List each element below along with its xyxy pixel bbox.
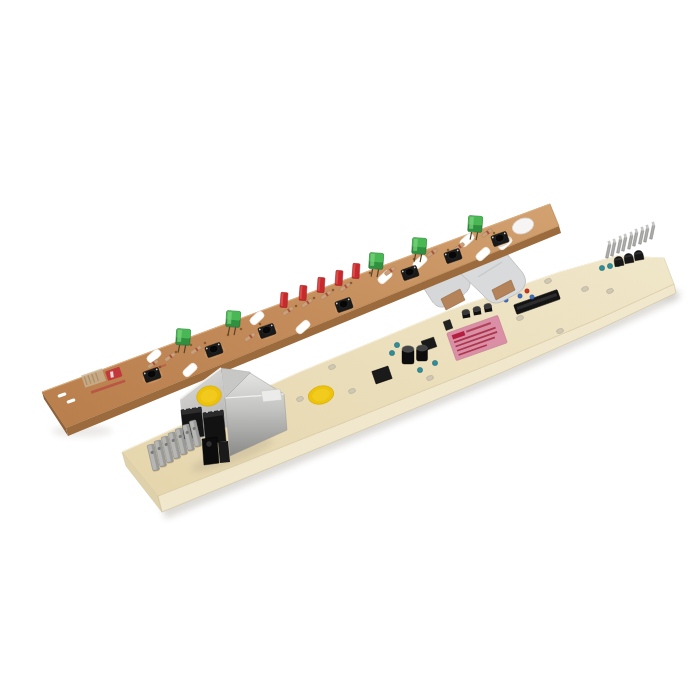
solder-dot <box>332 289 335 292</box>
electrolytic-capacitor <box>417 345 428 361</box>
blue-component <box>530 295 534 299</box>
teal-capacitor <box>607 263 612 268</box>
solder-dot <box>295 305 298 308</box>
solder-dot <box>369 272 372 275</box>
solder-dot <box>447 249 450 252</box>
solder-dot <box>159 366 162 369</box>
teal-capacitor <box>417 367 422 372</box>
red-component <box>525 289 529 293</box>
electrolytic-capacitor <box>402 346 414 364</box>
solder-dot <box>204 342 207 345</box>
product-photo <box>0 0 700 700</box>
small-capacitor <box>461 309 470 319</box>
small-capacitor <box>483 303 492 313</box>
solder-dot <box>175 351 178 354</box>
teal-capacitor <box>389 350 394 355</box>
solder-dot <box>240 328 243 331</box>
solder-dot <box>313 297 316 300</box>
red-components <box>525 289 529 293</box>
small-capacitor <box>472 306 481 316</box>
red-led <box>352 263 360 278</box>
teal-capacitor <box>394 342 399 347</box>
pcb-scene <box>0 0 700 700</box>
bracket-tab <box>261 389 282 402</box>
blue-component <box>518 294 522 298</box>
teal-capacitor <box>432 360 437 365</box>
red-led <box>317 277 325 292</box>
red-led <box>280 292 288 307</box>
background <box>0 0 700 700</box>
solder-dot <box>190 344 193 347</box>
solder-dot <box>493 232 496 235</box>
solder-dot <box>259 323 262 326</box>
teal-capacitor <box>599 265 604 270</box>
red-led <box>335 270 343 285</box>
red-led <box>299 285 307 300</box>
